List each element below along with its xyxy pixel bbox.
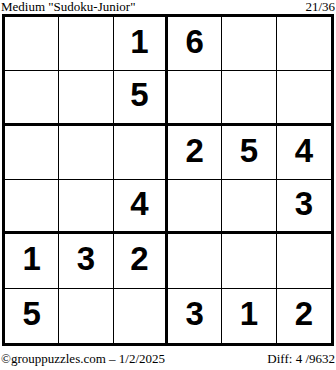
cell-r1c5[interactable] xyxy=(222,17,276,71)
cell-r3c6: 4 xyxy=(277,126,331,180)
cell-r6c5: 1 xyxy=(222,289,276,343)
cell-r1c3: 1 xyxy=(114,17,168,71)
cell-r5c1: 1 xyxy=(5,234,59,288)
cell-r1c6[interactable] xyxy=(277,17,331,71)
cell-r5c3: 2 xyxy=(114,234,168,288)
cell-r1c4: 6 xyxy=(168,17,222,71)
cell-r2c5[interactable] xyxy=(222,71,276,125)
cell-r6c4: 3 xyxy=(168,289,222,343)
cell-r4c1[interactable] xyxy=(5,180,59,234)
cell-r3c4: 2 xyxy=(168,126,222,180)
cell-r4c2[interactable] xyxy=(59,180,113,234)
sudoku-page: Medium "Sudoku-Junior" 21/36 16525443132… xyxy=(0,0,336,370)
cell-r5c2: 3 xyxy=(59,234,113,288)
difficulty-text: Diff: 4 /9632 xyxy=(267,351,335,367)
puzzle-title: Medium "Sudoku-Junior" xyxy=(1,0,135,14)
cell-r4c4[interactable] xyxy=(168,180,222,234)
cell-r6c1: 5 xyxy=(5,289,59,343)
sudoku-grid: 165254431325312 xyxy=(2,14,334,346)
header: Medium "Sudoku-Junior" 21/36 xyxy=(1,0,335,14)
cell-r2c2[interactable] xyxy=(59,71,113,125)
cell-r5c4[interactable] xyxy=(168,234,222,288)
cell-r6c6: 2 xyxy=(277,289,331,343)
cell-r4c6: 3 xyxy=(277,180,331,234)
cell-r2c4[interactable] xyxy=(168,71,222,125)
cell-r2c1[interactable] xyxy=(5,71,59,125)
footer: ©grouppuzzles.com – 1/2/2025 Diff: 4 /96… xyxy=(1,351,335,367)
cell-r3c2[interactable] xyxy=(59,126,113,180)
cell-r1c1[interactable] xyxy=(5,17,59,71)
puzzle-counter: 21/36 xyxy=(305,0,335,14)
cell-r5c6[interactable] xyxy=(277,234,331,288)
cell-r6c2[interactable] xyxy=(59,289,113,343)
cell-r3c1[interactable] xyxy=(5,126,59,180)
cell-r3c5: 5 xyxy=(222,126,276,180)
cell-r6c3[interactable] xyxy=(114,289,168,343)
cell-r4c3: 4 xyxy=(114,180,168,234)
cell-r4c5[interactable] xyxy=(222,180,276,234)
copyright-text: ©grouppuzzles.com – 1/2/2025 xyxy=(1,351,165,367)
cell-r5c5[interactable] xyxy=(222,234,276,288)
cell-r1c2[interactable] xyxy=(59,17,113,71)
cell-r3c3[interactable] xyxy=(114,126,168,180)
cell-r2c3: 5 xyxy=(114,71,168,125)
cell-r2c6[interactable] xyxy=(277,71,331,125)
